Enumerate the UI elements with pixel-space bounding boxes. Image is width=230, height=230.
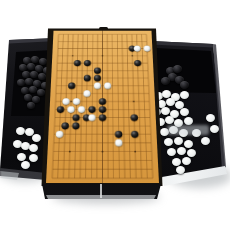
tray-white-stone: [176, 166, 185, 174]
product-photo-go-set: [0, 0, 230, 230]
tray-white-stone: [182, 157, 191, 165]
black-stone: [94, 75, 101, 81]
star-point: [102, 151, 104, 153]
tray-white-stone: [162, 90, 171, 98]
black-stone: [99, 98, 106, 105]
tray-white-stone: [161, 107, 170, 115]
tray-white-stone: [164, 138, 173, 146]
tray-white-stone: [167, 148, 176, 156]
white-stone: [104, 83, 111, 89]
go-board-svg: [46, 31, 159, 183]
tray-white-stone: [187, 149, 196, 157]
tray-white-stone: [165, 116, 174, 124]
tray-white-stone: [174, 137, 183, 145]
drawer-seam: [100, 184, 102, 198]
tray-white-stone: [180, 108, 189, 116]
watermark: [167, 125, 209, 135]
black-stone: [99, 106, 106, 113]
white-stone: [56, 131, 64, 138]
tray-white-stone: [172, 158, 181, 166]
tray-white-stone: [184, 117, 193, 125]
tray-white-stone: [180, 91, 189, 99]
tray-white-stone: [166, 98, 175, 106]
tray-white-stone: [177, 147, 186, 155]
tray-white-stone: [206, 114, 215, 122]
black-stone: [99, 114, 106, 121]
tray-white-stone: [210, 125, 219, 133]
black-stone: [94, 67, 101, 73]
white-stone: [143, 46, 150, 52]
white-stone: [94, 83, 101, 89]
star-point: [102, 55, 104, 56]
tray-white-stone: [184, 140, 193, 148]
tray-white-stone: [201, 137, 210, 145]
go-board: [46, 31, 159, 183]
